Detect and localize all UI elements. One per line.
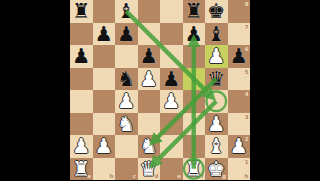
square-a4[interactable] (70, 90, 93, 113)
square-d5[interactable]: ♟ (138, 68, 161, 91)
black-knight-c5[interactable]: ♞ (115, 68, 138, 91)
white-pawn-d5[interactable]: ♟ (138, 68, 161, 91)
white-pawn-e4[interactable]: ♟ (160, 90, 183, 113)
rank-label-8: 8 (245, 1, 249, 7)
square-g4[interactable] (205, 90, 228, 113)
square-c6[interactable] (115, 45, 138, 68)
square-h1[interactable]: 1h (228, 158, 251, 181)
black-rook-a8[interactable]: ♜ (70, 0, 93, 23)
square-c4[interactable]: ♟ (115, 90, 138, 113)
square-h6[interactable]: ♟6 (228, 45, 251, 68)
square-e6[interactable] (160, 45, 183, 68)
square-e1[interactable]: e (160, 158, 183, 181)
white-pawn-a2[interactable]: ♟ (70, 135, 93, 158)
square-e3[interactable] (160, 113, 183, 136)
square-g8[interactable]: ♚ (205, 0, 228, 23)
black-pawn-a6[interactable]: ♟ (70, 45, 93, 68)
black-rook-f8[interactable]: ♜ (183, 0, 206, 23)
square-f5[interactable] (183, 68, 206, 91)
square-b8[interactable] (93, 0, 116, 23)
white-pawn-g3[interactable]: ♟ (205, 113, 228, 136)
rank-label-2: 2 (245, 136, 249, 142)
rank-label-7: 7 (245, 24, 249, 30)
square-c7[interactable]: ♟ (115, 23, 138, 46)
square-e2[interactable] (160, 135, 183, 158)
square-a6[interactable]: ♟ (70, 45, 93, 68)
square-b5[interactable] (93, 68, 116, 91)
square-d4[interactable] (138, 90, 161, 113)
square-g6[interactable]: ♟ (205, 45, 228, 68)
white-pawn-b2[interactable]: ♟ (93, 135, 116, 158)
black-pawn-e5[interactable]: ♟ (160, 68, 183, 91)
square-f7[interactable]: ♟ (183, 23, 206, 46)
square-b3[interactable] (93, 113, 116, 136)
black-pawn-c7[interactable]: ♟ (115, 23, 138, 46)
file-label-h: h (245, 173, 249, 179)
square-a8[interactable]: ♜ (70, 0, 93, 23)
square-a2[interactable]: ♟ (70, 135, 93, 158)
square-d7[interactable] (138, 23, 161, 46)
square-d1[interactable]: ♛d (138, 158, 161, 181)
black-pawn-f7[interactable]: ♟ (183, 23, 206, 46)
black-pawn-b7[interactable]: ♟ (93, 23, 116, 46)
white-knight-c3[interactable]: ♞ (115, 113, 138, 136)
square-a1[interactable]: ♜a (70, 158, 93, 181)
file-label-b: b (110, 173, 114, 179)
white-pawn-c4[interactable]: ♟ (115, 90, 138, 113)
rank-label-4: 4 (245, 91, 249, 97)
black-bishop-c8[interactable]: ♝ (115, 0, 138, 23)
square-h4[interactable]: 4 (228, 90, 251, 113)
black-king-g8[interactable]: ♚ (205, 0, 228, 23)
black-pawn-d6[interactable]: ♟ (138, 45, 161, 68)
square-f3[interactable] (183, 113, 206, 136)
square-h7[interactable]: 7 (228, 23, 251, 46)
file-label-g: g (222, 173, 226, 179)
square-d6[interactable]: ♟ (138, 45, 161, 68)
white-knight-d2[interactable]: ♞ (138, 135, 161, 158)
square-c3[interactable]: ♞ (115, 113, 138, 136)
square-e7[interactable] (160, 23, 183, 46)
file-label-e: e (177, 173, 181, 179)
square-e5[interactable]: ♟ (160, 68, 183, 91)
rank-label-5: 5 (245, 69, 249, 75)
file-label-a: a (87, 173, 91, 179)
square-c1[interactable]: c (115, 158, 138, 181)
file-label-c: c (133, 173, 136, 179)
square-c8[interactable]: ♝ (115, 0, 138, 23)
rank-label-6: 6 (245, 46, 249, 52)
square-d2[interactable]: ♞ (138, 135, 161, 158)
square-c2[interactable] (115, 135, 138, 158)
square-g1[interactable]: ♚g (205, 158, 228, 181)
square-d8[interactable] (138, 0, 161, 23)
square-g2[interactable]: ♝ (205, 135, 228, 158)
chess-board[interactable]: ♜♝♜♚8♟♟♟♝7♟♟♟♟6♞♟♟♛5♟♟4♞♟3♟♟♞♝♟2♜abc♛de♜… (70, 0, 250, 180)
square-a3[interactable] (70, 113, 93, 136)
square-e4[interactable]: ♟ (160, 90, 183, 113)
file-label-d: d (155, 173, 159, 179)
white-bishop-g2[interactable]: ♝ (205, 135, 228, 158)
square-a5[interactable] (70, 68, 93, 91)
square-e8[interactable] (160, 0, 183, 23)
square-f1[interactable]: ♜f (183, 158, 206, 181)
square-g3[interactable]: ♟ (205, 113, 228, 136)
video-frame: ♜♝♜♚8♟♟♟♝7♟♟♟♟6♞♟♟♛5♟♟4♞♟3♟♟♞♝♟2♜abc♛de♜… (0, 0, 320, 180)
square-h3[interactable]: 3 (228, 113, 251, 136)
square-g7[interactable]: ♝ (205, 23, 228, 46)
rank-label-3: 3 (245, 114, 249, 120)
square-b2[interactable]: ♟ (93, 135, 116, 158)
file-label-f: f (201, 173, 203, 179)
square-b6[interactable] (93, 45, 116, 68)
square-h5[interactable]: 5 (228, 68, 251, 91)
square-b1[interactable]: b (93, 158, 116, 181)
square-h2[interactable]: ♟2 (228, 135, 251, 158)
square-g5[interactable]: ♛ (205, 68, 228, 91)
square-c5[interactable]: ♞ (115, 68, 138, 91)
square-a7[interactable] (70, 23, 93, 46)
black-bishop-g7[interactable]: ♝ (205, 23, 228, 46)
square-b7[interactable]: ♟ (93, 23, 116, 46)
black-queen-g5[interactable]: ♛ (205, 68, 228, 91)
square-f6[interactable] (183, 45, 206, 68)
white-pawn-g6[interactable]: ♟ (205, 45, 228, 68)
square-f2[interactable] (183, 135, 206, 158)
square-h8[interactable]: 8 (228, 0, 251, 23)
square-f8[interactable]: ♜ (183, 0, 206, 23)
square-b4[interactable] (93, 90, 116, 113)
rank-label-1: 1 (245, 159, 249, 165)
square-d3[interactable] (138, 113, 161, 136)
square-f4[interactable] (183, 90, 206, 113)
